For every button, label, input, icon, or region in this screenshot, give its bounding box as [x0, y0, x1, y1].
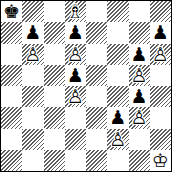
square-g4[interactable]: ♟	[129, 86, 150, 107]
square-b2[interactable]	[22, 129, 43, 150]
white-pawn-fill: ♟	[22, 44, 43, 65]
piece-black-pawn: ♟	[65, 22, 86, 43]
square-g8[interactable]	[129, 1, 150, 22]
square-c2[interactable]	[44, 129, 65, 150]
piece-black-king: ♚	[1, 1, 22, 22]
square-b4[interactable]	[22, 86, 43, 107]
white-pawn-fill: ♟	[107, 129, 128, 150]
square-b6[interactable]: ♟♙	[22, 44, 43, 65]
square-h6[interactable]: ♟♙	[150, 44, 171, 65]
piece-white-pawn: ♙	[150, 44, 171, 65]
square-h2[interactable]	[150, 129, 171, 150]
square-e6[interactable]	[86, 44, 107, 65]
square-a6[interactable]	[1, 44, 22, 65]
square-a2[interactable]	[1, 129, 22, 150]
square-d6[interactable]: ♟♙	[65, 44, 86, 65]
piece-white-king: ♔	[150, 150, 171, 171]
square-h5[interactable]	[150, 65, 171, 86]
square-c4[interactable]	[44, 86, 65, 107]
piece-black-pawn: ♟	[129, 44, 150, 65]
square-e4[interactable]	[86, 86, 107, 107]
square-b8[interactable]	[22, 1, 43, 22]
square-a4[interactable]	[1, 86, 22, 107]
square-d3[interactable]	[65, 107, 86, 128]
square-c1[interactable]	[44, 150, 65, 171]
square-a7[interactable]	[1, 22, 22, 43]
white-king-fill: ♚	[150, 150, 171, 171]
piece-white-bishop: ♗	[65, 1, 86, 22]
square-e1[interactable]	[86, 150, 107, 171]
square-b7[interactable]: ♟	[22, 22, 43, 43]
piece-black-pawn: ♟	[22, 22, 43, 43]
piece-white-pawn: ♙	[65, 44, 86, 65]
square-e2[interactable]	[86, 129, 107, 150]
square-f6[interactable]	[107, 44, 128, 65]
square-g5[interactable]: ♟♙	[129, 65, 150, 86]
piece-white-pawn: ♙	[129, 65, 150, 86]
square-g3[interactable]: ♟♙	[129, 107, 150, 128]
square-g1[interactable]	[129, 150, 150, 171]
square-a8[interactable]: ♚	[1, 1, 22, 22]
square-d7[interactable]: ♟	[65, 22, 86, 43]
square-h3[interactable]	[150, 107, 171, 128]
square-e8[interactable]	[86, 1, 107, 22]
square-d1[interactable]	[65, 150, 86, 171]
square-g7[interactable]	[129, 22, 150, 43]
square-f3[interactable]: ♟	[107, 107, 128, 128]
square-f4[interactable]	[107, 86, 128, 107]
square-f5[interactable]	[107, 65, 128, 86]
square-c3[interactable]	[44, 107, 65, 128]
piece-white-pawn: ♙	[107, 129, 128, 150]
square-e7[interactable]	[86, 22, 107, 43]
piece-black-pawn: ♟	[107, 107, 128, 128]
chess-board: ♚♝♗♟♟♟♟♙♟♙♟♟♙♟♟♙♟♙♟♟♟♙♟♙♚♔	[0, 0, 172, 172]
square-a5[interactable]	[1, 65, 22, 86]
square-b3[interactable]	[22, 107, 43, 128]
square-f2[interactable]: ♟♙	[107, 129, 128, 150]
square-h1[interactable]: ♚♔	[150, 150, 171, 171]
square-a1[interactable]	[1, 150, 22, 171]
square-d5[interactable]: ♟	[65, 65, 86, 86]
square-c7[interactable]	[44, 22, 65, 43]
piece-white-pawn: ♙	[22, 44, 43, 65]
piece-black-pawn: ♟	[150, 22, 171, 43]
square-g2[interactable]	[129, 129, 150, 150]
white-pawn-fill: ♟	[129, 65, 150, 86]
square-e5[interactable]	[86, 65, 107, 86]
square-h7[interactable]: ♟	[150, 22, 171, 43]
piece-black-pawn: ♟	[129, 86, 150, 107]
square-h8[interactable]	[150, 1, 171, 22]
square-c5[interactable]	[44, 65, 65, 86]
white-pawn-fill: ♟	[65, 44, 86, 65]
square-d8[interactable]: ♝♗	[65, 1, 86, 22]
square-g6[interactable]: ♟	[129, 44, 150, 65]
chess-diagram: ♚♝♗♟♟♟♟♙♟♙♟♟♙♟♟♙♟♙♟♟♟♙♟♙♚♔	[0, 0, 172, 172]
square-b5[interactable]	[22, 65, 43, 86]
piece-white-pawn: ♙	[129, 107, 150, 128]
square-e3[interactable]	[86, 107, 107, 128]
piece-black-pawn: ♟	[65, 65, 86, 86]
square-a3[interactable]	[1, 107, 22, 128]
white-pawn-fill: ♟	[65, 86, 86, 107]
square-f7[interactable]	[107, 22, 128, 43]
square-d2[interactable]	[65, 129, 86, 150]
square-h4[interactable]	[150, 86, 171, 107]
square-f8[interactable]	[107, 1, 128, 22]
square-f1[interactable]	[107, 150, 128, 171]
white-pawn-fill: ♟	[129, 107, 150, 128]
square-c8[interactable]	[44, 1, 65, 22]
square-c6[interactable]	[44, 44, 65, 65]
white-pawn-fill: ♟	[150, 44, 171, 65]
square-b1[interactable]	[22, 150, 43, 171]
piece-white-pawn: ♙	[65, 86, 86, 107]
square-d4[interactable]: ♟♙	[65, 86, 86, 107]
white-bishop-fill: ♝	[65, 1, 86, 22]
